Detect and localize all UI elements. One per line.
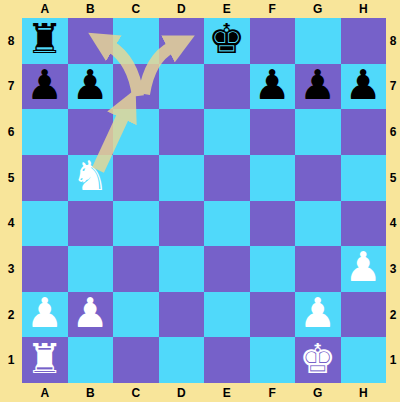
rank-label-1: 1 bbox=[0, 337, 22, 383]
file-label-e: E bbox=[204, 383, 250, 402]
square-e2[interactable] bbox=[204, 292, 250, 338]
square-c4[interactable] bbox=[113, 201, 159, 247]
file-label-f: F bbox=[250, 383, 296, 402]
rank-label-1: 1 bbox=[386, 337, 400, 383]
square-a1[interactable]: ♜ bbox=[22, 337, 68, 383]
piece-white-rook[interactable]: ♜ bbox=[26, 339, 63, 380]
square-g3[interactable] bbox=[295, 246, 341, 292]
square-c6[interactable] bbox=[113, 109, 159, 155]
square-f5[interactable] bbox=[250, 155, 296, 201]
rank-label-3: 3 bbox=[0, 246, 22, 292]
square-b2[interactable]: ♟ bbox=[68, 292, 114, 338]
square-c3[interactable] bbox=[113, 246, 159, 292]
square-f6[interactable] bbox=[250, 109, 296, 155]
square-h4[interactable] bbox=[341, 201, 387, 247]
square-h5[interactable] bbox=[341, 155, 387, 201]
rank-label-7: 7 bbox=[0, 64, 22, 110]
rank-label-5: 5 bbox=[0, 155, 22, 201]
rank-label-2: 2 bbox=[386, 292, 400, 338]
square-e3[interactable] bbox=[204, 246, 250, 292]
square-h7[interactable]: ♟ bbox=[341, 64, 387, 110]
file-label-d: D bbox=[159, 383, 205, 402]
square-e1[interactable] bbox=[204, 337, 250, 383]
square-f3[interactable] bbox=[250, 246, 296, 292]
square-g4[interactable] bbox=[295, 201, 341, 247]
square-a6[interactable] bbox=[22, 109, 68, 155]
square-g1[interactable]: ♚ bbox=[295, 337, 341, 383]
square-h3[interactable]: ♟ bbox=[341, 246, 387, 292]
square-a4[interactable] bbox=[22, 201, 68, 247]
square-a8[interactable]: ♜ bbox=[22, 18, 68, 64]
file-label-b: B bbox=[68, 383, 114, 402]
square-b6[interactable] bbox=[68, 109, 114, 155]
file-label-c: C bbox=[113, 0, 159, 18]
square-g8[interactable] bbox=[295, 18, 341, 64]
file-labels-bottom: ABCDEFGH bbox=[22, 383, 386, 402]
square-d2[interactable] bbox=[159, 292, 205, 338]
square-e5[interactable] bbox=[204, 155, 250, 201]
square-c5[interactable] bbox=[113, 155, 159, 201]
square-h2[interactable] bbox=[341, 292, 387, 338]
rank-label-8: 8 bbox=[386, 18, 400, 64]
piece-white-pawn[interactable]: ♟ bbox=[299, 293, 336, 334]
rank-label-2: 2 bbox=[0, 292, 22, 338]
square-c1[interactable] bbox=[113, 337, 159, 383]
rank-label-6: 6 bbox=[0, 109, 22, 155]
square-g6[interactable] bbox=[295, 109, 341, 155]
square-b8[interactable] bbox=[68, 18, 114, 64]
rank-label-7: 7 bbox=[386, 64, 400, 110]
square-g7[interactable]: ♟ bbox=[295, 64, 341, 110]
file-labels-top: ABCDEFGH bbox=[22, 0, 386, 18]
piece-white-pawn[interactable]: ♟ bbox=[72, 293, 109, 334]
square-h6[interactable] bbox=[341, 109, 387, 155]
square-d1[interactable] bbox=[159, 337, 205, 383]
file-label-h: H bbox=[341, 0, 387, 18]
square-g5[interactable] bbox=[295, 155, 341, 201]
square-c8[interactable] bbox=[113, 18, 159, 64]
square-e6[interactable] bbox=[204, 109, 250, 155]
square-f2[interactable] bbox=[250, 292, 296, 338]
piece-black-pawn[interactable]: ♟ bbox=[299, 65, 336, 106]
square-d7[interactable] bbox=[159, 64, 205, 110]
square-f4[interactable] bbox=[250, 201, 296, 247]
square-d4[interactable] bbox=[159, 201, 205, 247]
piece-white-pawn[interactable]: ♟ bbox=[345, 247, 382, 288]
square-e8[interactable]: ♚ bbox=[204, 18, 250, 64]
square-f8[interactable] bbox=[250, 18, 296, 64]
square-f7[interactable]: ♟ bbox=[250, 64, 296, 110]
square-a3[interactable] bbox=[22, 246, 68, 292]
piece-black-pawn[interactable]: ♟ bbox=[345, 65, 382, 106]
file-label-g: G bbox=[295, 0, 341, 18]
piece-black-pawn[interactable]: ♟ bbox=[72, 65, 109, 106]
rank-label-4: 4 bbox=[386, 201, 400, 247]
square-b3[interactable] bbox=[68, 246, 114, 292]
piece-white-pawn[interactable]: ♟ bbox=[26, 293, 63, 334]
file-label-e: E bbox=[204, 0, 250, 18]
piece-black-pawn[interactable]: ♟ bbox=[254, 65, 291, 106]
chess-diagram: ABCDEFGH ABCDEFGH 87654321 87654321 ♜♚♟♟… bbox=[0, 0, 400, 402]
rank-label-3: 3 bbox=[386, 246, 400, 292]
square-h8[interactable] bbox=[341, 18, 387, 64]
piece-black-pawn[interactable]: ♟ bbox=[26, 65, 63, 106]
chess-board[interactable]: ♜♚♟♟♟♟♟♞♟♟♟♟♜♚ bbox=[22, 18, 386, 383]
rank-label-4: 4 bbox=[0, 201, 22, 247]
square-b5[interactable]: ♞ bbox=[68, 155, 114, 201]
square-e7[interactable] bbox=[204, 64, 250, 110]
rank-labels-right: 87654321 bbox=[386, 18, 400, 383]
file-label-f: F bbox=[250, 0, 296, 18]
file-label-d: D bbox=[159, 0, 205, 18]
square-c7[interactable] bbox=[113, 64, 159, 110]
square-g2[interactable]: ♟ bbox=[295, 292, 341, 338]
file-label-a: A bbox=[22, 0, 68, 18]
file-label-a: A bbox=[22, 383, 68, 402]
square-d6[interactable] bbox=[159, 109, 205, 155]
square-b4[interactable] bbox=[68, 201, 114, 247]
square-a2[interactable]: ♟ bbox=[22, 292, 68, 338]
file-label-b: B bbox=[68, 0, 114, 18]
piece-black-rook[interactable]: ♜ bbox=[26, 19, 63, 60]
square-f1[interactable] bbox=[250, 337, 296, 383]
square-e4[interactable] bbox=[204, 201, 250, 247]
square-c2[interactable] bbox=[113, 292, 159, 338]
square-b1[interactable] bbox=[68, 337, 114, 383]
square-h1[interactable] bbox=[341, 337, 387, 383]
square-d3[interactable] bbox=[159, 246, 205, 292]
file-label-h: H bbox=[341, 383, 387, 402]
piece-white-knight[interactable]: ♞ bbox=[72, 156, 109, 197]
rank-labels-left: 87654321 bbox=[0, 18, 22, 383]
rank-label-6: 6 bbox=[386, 109, 400, 155]
square-d5[interactable] bbox=[159, 155, 205, 201]
file-label-g: G bbox=[295, 383, 341, 402]
square-b7[interactable]: ♟ bbox=[68, 64, 114, 110]
piece-black-king[interactable]: ♚ bbox=[208, 19, 245, 60]
square-a7[interactable]: ♟ bbox=[22, 64, 68, 110]
file-label-c: C bbox=[113, 383, 159, 402]
rank-label-5: 5 bbox=[386, 155, 400, 201]
square-a5[interactable] bbox=[22, 155, 68, 201]
piece-white-king[interactable]: ♚ bbox=[299, 339, 336, 380]
rank-label-8: 8 bbox=[0, 18, 22, 64]
square-d8[interactable] bbox=[159, 18, 205, 64]
